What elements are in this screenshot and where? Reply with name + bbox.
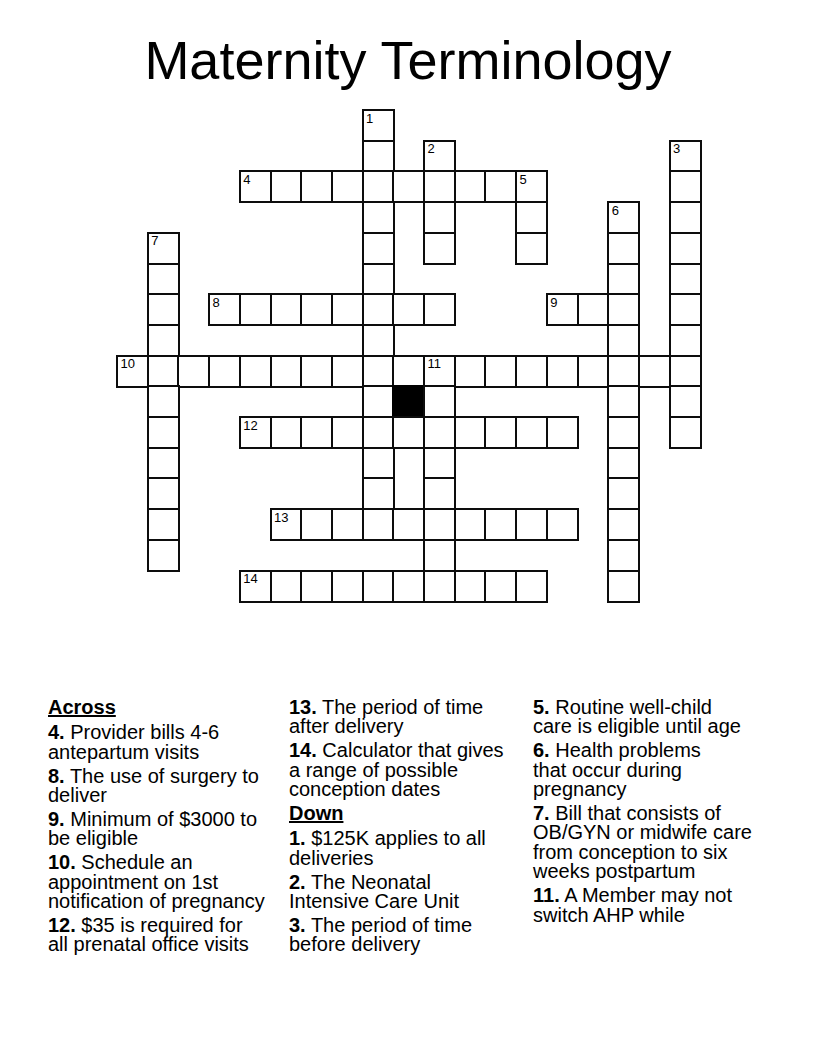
clue-7-line-2: OB/GYN or midwife care bbox=[533, 823, 795, 842]
grid-cell[interactable]: 14 bbox=[239, 570, 272, 603]
grid-cell[interactable] bbox=[423, 201, 456, 234]
grid-cell[interactable] bbox=[208, 355, 241, 388]
grid-cell[interactable] bbox=[300, 293, 333, 326]
clue-2: 2. The NeonatalIntensive Care Unit bbox=[289, 873, 532, 912]
grid-cell[interactable]: 2 bbox=[423, 140, 456, 173]
grid-cell[interactable] bbox=[423, 570, 456, 603]
grid-cell[interactable] bbox=[454, 170, 487, 203]
clue-11-line-2: switch AHP while bbox=[533, 906, 795, 925]
cell-number: 6 bbox=[612, 204, 619, 217]
grid-cell[interactable] bbox=[423, 477, 456, 510]
grid-cell[interactable] bbox=[147, 263, 180, 296]
grid-cell[interactable] bbox=[300, 170, 333, 203]
grid-cell[interactable] bbox=[147, 324, 180, 357]
puzzle-title: Maternity Terminology bbox=[0, 33, 816, 87]
grid-cell[interactable] bbox=[392, 293, 425, 326]
grid-cell[interactable] bbox=[362, 324, 395, 357]
clue-13-line-2: after delivery bbox=[289, 717, 532, 736]
grid-cell[interactable] bbox=[607, 570, 640, 603]
grid-cell[interactable]: 3 bbox=[669, 140, 702, 173]
grid-cell[interactable] bbox=[577, 355, 610, 388]
grid-cell[interactable]: 9 bbox=[546, 293, 579, 326]
clue-10-line-1: 10. Schedule an bbox=[48, 853, 288, 872]
clue-11: 11. A Member may notswitch AHP while bbox=[533, 886, 795, 925]
grid-cell[interactable] bbox=[515, 508, 548, 541]
clue-4-line-1: 4. Provider bills 4-6 bbox=[48, 723, 288, 742]
clue-5: 5. Routine well-childcare is eligible un… bbox=[533, 698, 795, 737]
grid-cell[interactable] bbox=[515, 570, 548, 603]
clue-14-line-3: conception dates bbox=[289, 780, 532, 799]
grid-cell[interactable] bbox=[270, 416, 303, 449]
grid-cell[interactable] bbox=[669, 263, 702, 296]
black-cell bbox=[392, 385, 425, 418]
grid-cell[interactable] bbox=[669, 170, 702, 203]
clue-3: 3. The period of timebefore delivery bbox=[289, 916, 532, 955]
grid-cell[interactable] bbox=[484, 570, 517, 603]
grid-cell[interactable] bbox=[362, 570, 395, 603]
clue-number: 11. bbox=[533, 884, 560, 906]
grid-cell[interactable] bbox=[607, 416, 640, 449]
grid-cell[interactable] bbox=[484, 416, 517, 449]
grid-cell[interactable]: 6 bbox=[607, 201, 640, 234]
clue-9-line-2: be eligible bbox=[48, 829, 288, 848]
grid-cell[interactable] bbox=[515, 355, 548, 388]
grid-cell[interactable] bbox=[300, 355, 333, 388]
grid-cell[interactable] bbox=[607, 232, 640, 265]
clues-heading-down: Down bbox=[289, 804, 532, 823]
grid-cell[interactable] bbox=[362, 385, 395, 418]
grid-cell[interactable] bbox=[147, 293, 180, 326]
cell-number: 14 bbox=[243, 572, 257, 585]
clue-6: 6. Health problemsthat occur duringpregn… bbox=[533, 741, 795, 799]
grid-cell[interactable]: 11 bbox=[423, 355, 456, 388]
clue-2-line-2: Intensive Care Unit bbox=[289, 892, 532, 911]
grid-cell[interactable] bbox=[515, 416, 548, 449]
grid-cell[interactable] bbox=[454, 508, 487, 541]
grid-cell[interactable] bbox=[147, 477, 180, 510]
grid-cell[interactable] bbox=[423, 232, 456, 265]
clue-14: 14. Calculator that givesa range of poss… bbox=[289, 741, 532, 799]
grid-cell[interactable] bbox=[239, 355, 272, 388]
grid-cell[interactable] bbox=[515, 201, 548, 234]
grid-cell[interactable] bbox=[177, 355, 210, 388]
cell-number: 1 bbox=[366, 112, 373, 125]
grid-cell[interactable] bbox=[392, 570, 425, 603]
grid-cell[interactable] bbox=[546, 355, 579, 388]
cell-number: 8 bbox=[213, 296, 220, 309]
grid-cell[interactable] bbox=[607, 293, 640, 326]
grid-cell[interactable] bbox=[331, 355, 364, 388]
grid-cell[interactable] bbox=[423, 508, 456, 541]
grid-cell[interactable] bbox=[607, 263, 640, 296]
grid-cell[interactable] bbox=[607, 539, 640, 572]
grid-cell[interactable] bbox=[331, 416, 364, 449]
grid-cell[interactable] bbox=[331, 170, 364, 203]
grid-cell[interactable] bbox=[423, 170, 456, 203]
grid-cell[interactable] bbox=[607, 477, 640, 510]
clue-6-line-3: pregnancy bbox=[533, 780, 795, 799]
grid-cell[interactable] bbox=[270, 355, 303, 388]
grid-cell[interactable] bbox=[362, 447, 395, 480]
grid-cell[interactable] bbox=[147, 416, 180, 449]
clue-1-line-2: deliveries bbox=[289, 849, 532, 868]
grid-cell[interactable] bbox=[423, 293, 456, 326]
grid-cell[interactable] bbox=[147, 385, 180, 418]
grid-cell[interactable]: 13 bbox=[270, 508, 303, 541]
grid-cell[interactable] bbox=[362, 232, 395, 265]
grid-cell[interactable] bbox=[392, 508, 425, 541]
grid-cell[interactable] bbox=[484, 355, 517, 388]
clue-14-line-1: 14. Calculator that gives bbox=[289, 741, 532, 760]
grid-cell[interactable] bbox=[392, 170, 425, 203]
cell-number: 5 bbox=[520, 173, 527, 186]
clue-4-line-2: antepartum visits bbox=[48, 743, 288, 762]
cell-number: 9 bbox=[550, 296, 557, 309]
grid-cell[interactable] bbox=[239, 293, 272, 326]
grid-cell[interactable] bbox=[669, 416, 702, 449]
grid-cell[interactable] bbox=[484, 170, 517, 203]
clue-5-line-2: care is eligible until age bbox=[533, 717, 795, 736]
grid-cell[interactable]: 1 bbox=[362, 109, 395, 142]
grid-cell[interactable]: 5 bbox=[515, 170, 548, 203]
grid-cell[interactable] bbox=[270, 293, 303, 326]
grid-cell[interactable] bbox=[362, 293, 395, 326]
cell-number: 4 bbox=[243, 173, 250, 186]
grid-cell[interactable] bbox=[147, 355, 180, 388]
grid-cell[interactable] bbox=[392, 355, 425, 388]
cell-number: 7 bbox=[151, 234, 158, 247]
grid-cell[interactable] bbox=[454, 355, 487, 388]
clue-4: 4. Provider bills 4-6antepartum visits bbox=[48, 723, 288, 762]
grid-cell[interactable] bbox=[515, 232, 548, 265]
grid-cell[interactable] bbox=[362, 170, 395, 203]
grid-cell[interactable]: 12 bbox=[239, 416, 272, 449]
grid-cell[interactable] bbox=[147, 447, 180, 480]
cell-number: 11 bbox=[428, 357, 442, 370]
grid-cell[interactable] bbox=[423, 416, 456, 449]
grid-cell[interactable] bbox=[484, 508, 517, 541]
clues-heading-across: Across bbox=[48, 698, 288, 717]
grid-cell[interactable] bbox=[454, 570, 487, 603]
grid-cell[interactable] bbox=[270, 170, 303, 203]
grid-cell[interactable] bbox=[669, 385, 702, 418]
grid-cell[interactable] bbox=[331, 508, 364, 541]
grid-cell[interactable] bbox=[300, 416, 333, 449]
grid-cell[interactable]: 7 bbox=[147, 232, 180, 265]
clue-10: 10. Schedule anappointment on 1stnotific… bbox=[48, 853, 288, 911]
grid-cell[interactable] bbox=[607, 447, 640, 480]
grid-cell[interactable] bbox=[546, 416, 579, 449]
grid-cell[interactable] bbox=[300, 570, 333, 603]
grid-cell[interactable]: 8 bbox=[208, 293, 241, 326]
grid-cell[interactable]: 10 bbox=[116, 355, 149, 388]
grid-cell[interactable] bbox=[362, 140, 395, 173]
grid-cell[interactable] bbox=[362, 201, 395, 234]
grid-cell[interactable] bbox=[362, 355, 395, 388]
clue-11-line-1: 11. A Member may not bbox=[533, 886, 795, 905]
clue-13: 13. The period of timeafter delivery bbox=[289, 698, 532, 737]
grid-cell[interactable] bbox=[607, 324, 640, 357]
clue-9: 9. Minimum of $3000 tobe eligible bbox=[48, 810, 288, 849]
grid-cell[interactable] bbox=[423, 385, 456, 418]
grid-cell[interactable] bbox=[362, 416, 395, 449]
grid-cell[interactable] bbox=[454, 416, 487, 449]
cell-number: 12 bbox=[243, 419, 257, 432]
clues-column-1: Across4. Provider bills 4-6antepartum vi… bbox=[48, 698, 288, 959]
crossword-grid: 1234567891011121314 bbox=[116, 109, 702, 603]
clue-7-line-4: weeks postpartum bbox=[533, 862, 795, 881]
page: Maternity Terminology 123456789101112131… bbox=[0, 0, 816, 1056]
grid-cell[interactable] bbox=[147, 508, 180, 541]
grid-cell[interactable] bbox=[300, 508, 333, 541]
clues-column-2: 13. The period of timeafter delivery14. … bbox=[289, 698, 532, 959]
grid-cell[interactable] bbox=[423, 447, 456, 480]
grid-cell[interactable] bbox=[638, 355, 671, 388]
grid-cell[interactable] bbox=[362, 263, 395, 296]
grid-cell[interactable]: 4 bbox=[239, 170, 272, 203]
grid-cell[interactable] bbox=[577, 293, 610, 326]
clue-3-line-2: before delivery bbox=[289, 935, 532, 954]
clue-8-line-2: deliver bbox=[48, 786, 288, 805]
clue-1: 1. $125K applies to alldeliveries bbox=[289, 829, 532, 868]
grid-cell[interactable] bbox=[331, 570, 364, 603]
clue-10-line-3: notification of pregnancy bbox=[48, 892, 288, 911]
clue-1-line-1: 1. $125K applies to all bbox=[289, 829, 532, 848]
clue-8: 8. The use of surgery todeliver bbox=[48, 767, 288, 806]
clue-number: 6. bbox=[533, 739, 550, 761]
clue-12-line-2: all prenatal office visits bbox=[48, 935, 288, 954]
grid-cell[interactable] bbox=[607, 355, 640, 388]
grid-cell[interactable] bbox=[546, 508, 579, 541]
clue-7: 7. Bill that consists ofOB/GYN or midwif… bbox=[533, 804, 795, 882]
grid-cell[interactable] bbox=[669, 324, 702, 357]
clue-12: 12. $35 is required forall prenatal offi… bbox=[48, 916, 288, 955]
grid-cell[interactable] bbox=[147, 539, 180, 572]
grid-cell[interactable] bbox=[362, 508, 395, 541]
cell-number: 3 bbox=[673, 142, 680, 155]
grid-cell[interactable] bbox=[270, 570, 303, 603]
grid-cell[interactable] bbox=[607, 508, 640, 541]
cell-number: 13 bbox=[274, 511, 288, 524]
grid-cell[interactable] bbox=[331, 293, 364, 326]
grid-cell[interactable] bbox=[607, 385, 640, 418]
clue-number: 14. bbox=[289, 739, 317, 761]
grid-cell[interactable] bbox=[669, 201, 702, 234]
grid-cell[interactable] bbox=[423, 539, 456, 572]
grid-cell[interactable] bbox=[669, 293, 702, 326]
grid-cell[interactable] bbox=[669, 232, 702, 265]
grid-cell[interactable] bbox=[392, 416, 425, 449]
clue-6-line-1: 6. Health problems bbox=[533, 741, 795, 760]
grid-cell[interactable] bbox=[362, 477, 395, 510]
grid-cell[interactable] bbox=[669, 355, 702, 388]
clues-column-3: 5. Routine well-childcare is eligible un… bbox=[533, 698, 795, 929]
cell-number: 10 bbox=[121, 357, 135, 370]
cell-number: 2 bbox=[428, 142, 435, 155]
